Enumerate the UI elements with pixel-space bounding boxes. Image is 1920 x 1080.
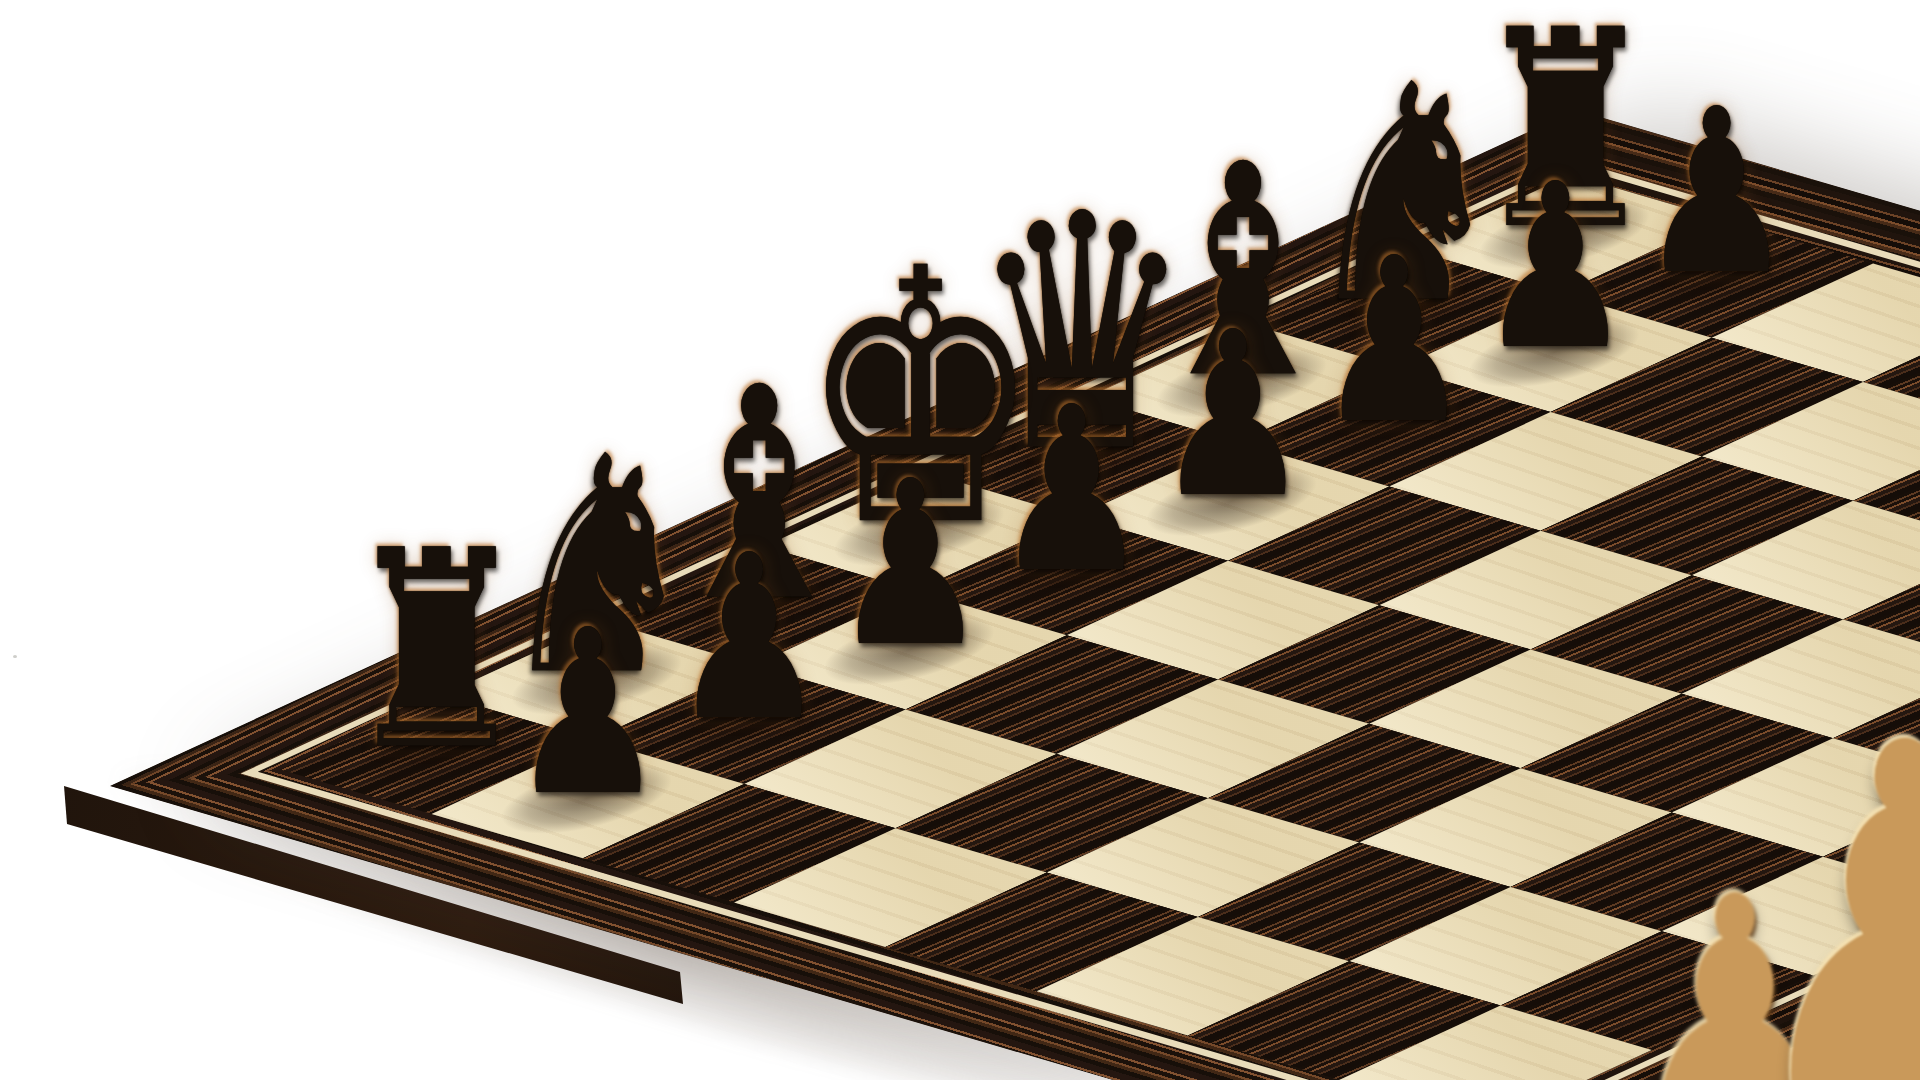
piece-glyph: ♟ bbox=[993, 376, 1150, 603]
piece-glyph: ♟ bbox=[1638, 79, 1795, 306]
piece-glyph: ♟ bbox=[1155, 302, 1312, 529]
black-pawn[interactable]: ♟ bbox=[1477, 206, 1634, 381]
black-pawn[interactable]: ♟ bbox=[1316, 280, 1473, 455]
piece-glyph: ♟ bbox=[1477, 153, 1634, 380]
dust-speck bbox=[13, 655, 17, 658]
black-pawn[interactable]: ♟ bbox=[832, 503, 989, 678]
black-pawn[interactable]: ♟ bbox=[510, 652, 667, 827]
piece-glyph: ♜ bbox=[343, 515, 531, 788]
black-pawn[interactable]: ♟ bbox=[993, 429, 1150, 604]
piece-glyph: ♟ bbox=[1735, 681, 1920, 1080]
black-pawn[interactable]: ♟ bbox=[1155, 354, 1312, 529]
photo-stage: ♜♞♝♚♛♝♞♜♟♟♟♟♟♟♟♟ ♟♟ bbox=[0, 0, 1920, 1080]
black-rook[interactable]: ♜ bbox=[343, 578, 531, 788]
white-pawn[interactable]: ♟ bbox=[1735, 795, 1920, 1080]
piece-glyph: ♟ bbox=[1316, 228, 1473, 455]
piece-glyph: ♟ bbox=[832, 451, 989, 678]
piece-glyph: ♟ bbox=[510, 599, 667, 826]
black-pawn[interactable]: ♟ bbox=[671, 578, 828, 753]
black-pawn[interactable]: ♟ bbox=[1638, 131, 1795, 306]
piece-glyph: ♟ bbox=[671, 525, 828, 752]
